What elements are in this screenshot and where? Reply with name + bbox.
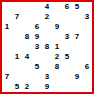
cell-r9c9[interactable] <box>82 82 92 92</box>
sudoku-board: 46572316989373811425586739529 <box>0 0 94 94</box>
